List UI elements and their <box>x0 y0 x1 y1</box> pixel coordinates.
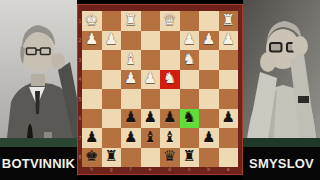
black-queen: ♛ <box>163 149 176 165</box>
smyslov-photo <box>243 0 320 147</box>
square-c6[interactable]: ♞ <box>180 109 200 129</box>
black-pawn: ♟ <box>124 110 137 126</box>
square-a8[interactable] <box>219 148 239 168</box>
white-pawn: ♟ <box>222 32 235 48</box>
black-pawn: ♟ <box>85 130 98 146</box>
rank-label-3: 3 <box>79 57 82 62</box>
board-grid: ♚♜♛♜♟♟♟♟♟♝♞♟♟♞♟♟♟♞♟♟♟♝♝♟♚♜♛♜ <box>82 11 238 167</box>
white-rook: ♜ <box>222 13 235 29</box>
name-bar-right: SMYSLOV <box>243 147 320 180</box>
square-c8[interactable]: ♜ <box>180 148 200 168</box>
white-knight: ♞ <box>163 71 176 87</box>
white-king: ♚ <box>85 13 98 29</box>
square-h6[interactable] <box>82 109 102 129</box>
white-pawn: ♟ <box>183 32 196 48</box>
file-label-f: f <box>130 167 131 172</box>
square-g2[interactable]: ♟ <box>102 31 122 51</box>
black-pawn: ♟ <box>163 110 176 126</box>
square-e2[interactable] <box>141 31 161 51</box>
white-bishop: ♝ <box>124 52 137 68</box>
square-c5[interactable] <box>180 89 200 109</box>
square-b7[interactable]: ♟ <box>199 128 219 148</box>
thumbnail-stage: BOTVINNIK SMYSLOV ♚♜♛♜♟♟♟♟♟♝♞♟♟♞♟♟♟♞♟♟♟♝… <box>0 0 320 180</box>
black-rook: ♜ <box>183 149 196 165</box>
rank-label-5: 5 <box>79 96 82 101</box>
square-d5[interactable] <box>160 89 180 109</box>
square-g3[interactable] <box>102 50 122 70</box>
square-c3[interactable]: ♞ <box>180 50 200 70</box>
square-d2[interactable] <box>160 31 180 51</box>
square-c4[interactable] <box>180 70 200 90</box>
file-label-d: d <box>168 167 171 172</box>
square-f7[interactable]: ♟ <box>121 128 141 148</box>
square-h4[interactable] <box>82 70 102 90</box>
square-d4[interactable]: ♞ <box>160 70 180 90</box>
square-e1[interactable] <box>141 11 161 31</box>
square-f2[interactable] <box>121 31 141 51</box>
square-g1[interactable] <box>102 11 122 31</box>
white-pawn: ♟ <box>124 71 137 87</box>
black-pawn: ♟ <box>202 130 215 146</box>
square-f6[interactable]: ♟ <box>121 109 141 129</box>
rank-label-8: 8 <box>79 155 82 160</box>
white-queen: ♛ <box>163 13 176 29</box>
black-bishop: ♝ <box>144 130 157 146</box>
square-a3[interactable] <box>219 50 239 70</box>
square-g8[interactable]: ♜ <box>102 148 122 168</box>
square-b2[interactable]: ♟ <box>199 31 219 51</box>
white-pawn: ♟ <box>144 71 157 87</box>
square-h7[interactable]: ♟ <box>82 128 102 148</box>
player-name-right: SMYSLOV <box>249 156 314 171</box>
square-d3[interactable] <box>160 50 180 70</box>
square-h5[interactable] <box>82 89 102 109</box>
white-rook: ♜ <box>124 13 137 29</box>
rank-label-7: 7 <box>79 135 82 140</box>
rank-label-1: 1 <box>79 18 82 23</box>
file-label-g: g <box>110 167 113 172</box>
square-g7[interactable] <box>102 128 122 148</box>
black-knight: ♞ <box>183 110 196 126</box>
rank-label-4: 4 <box>79 77 82 82</box>
square-b3[interactable] <box>199 50 219 70</box>
square-a6[interactable]: ♟ <box>219 109 239 129</box>
square-e7[interactable]: ♝ <box>141 128 161 148</box>
square-c2[interactable]: ♟ <box>180 31 200 51</box>
square-e5[interactable] <box>141 89 161 109</box>
square-e3[interactable] <box>141 50 161 70</box>
square-c7[interactable] <box>180 128 200 148</box>
file-label-b: b <box>207 167 210 172</box>
square-g4[interactable] <box>102 70 122 90</box>
player-name-left: BOTVINNIK <box>2 156 75 171</box>
square-a7[interactable] <box>219 128 239 148</box>
rank-label-6: 6 <box>79 116 82 121</box>
square-f1[interactable]: ♜ <box>121 11 141 31</box>
file-label-c: c <box>188 167 191 172</box>
square-f3[interactable]: ♝ <box>121 50 141 70</box>
file-label-e: e <box>149 167 152 172</box>
square-e8[interactable] <box>141 148 161 168</box>
square-d1[interactable]: ♛ <box>160 11 180 31</box>
square-h8[interactable]: ♚ <box>82 148 102 168</box>
square-e6[interactable]: ♟ <box>141 109 161 129</box>
square-a1[interactable]: ♜ <box>219 11 239 31</box>
square-b8[interactable] <box>199 148 219 168</box>
rank-label-2: 2 <box>79 38 82 43</box>
square-b4[interactable] <box>199 70 219 90</box>
white-pawn: ♟ <box>202 32 215 48</box>
square-d7[interactable]: ♝ <box>160 128 180 148</box>
square-d8[interactable]: ♛ <box>160 148 180 168</box>
name-bar-left: BOTVINNIK <box>0 147 77 180</box>
square-a2[interactable]: ♟ <box>219 31 239 51</box>
white-knight: ♞ <box>183 52 196 68</box>
square-e4[interactable]: ♟ <box>141 70 161 90</box>
black-king: ♚ <box>85 149 98 165</box>
file-label-a: a <box>227 167 230 172</box>
chess-board: ♚♜♛♜♟♟♟♟♟♝♞♟♟♞♟♟♟♞♟♟♟♝♝♟♚♜♛♜ 12345678hgf… <box>77 4 243 175</box>
square-a4[interactable] <box>219 70 239 90</box>
square-f4[interactable]: ♟ <box>121 70 141 90</box>
square-h1[interactable]: ♚ <box>82 11 102 31</box>
black-pawn: ♟ <box>222 110 235 126</box>
botvinnik-photo <box>0 0 77 147</box>
black-bishop: ♝ <box>163 130 176 146</box>
square-g6[interactable] <box>102 109 122 129</box>
square-a5[interactable] <box>219 89 239 109</box>
square-d6[interactable]: ♟ <box>160 109 180 129</box>
square-b6[interactable] <box>199 109 219 129</box>
square-g5[interactable] <box>102 89 122 109</box>
white-pawn: ♟ <box>105 32 118 48</box>
white-pawn: ♟ <box>85 32 98 48</box>
black-pawn: ♟ <box>144 110 157 126</box>
square-f8[interactable] <box>121 148 141 168</box>
file-label-h: h <box>90 167 93 172</box>
square-b1[interactable] <box>199 11 219 31</box>
square-h3[interactable] <box>82 50 102 70</box>
square-f5[interactable] <box>121 89 141 109</box>
square-b5[interactable] <box>199 89 219 109</box>
square-h2[interactable]: ♟ <box>82 31 102 51</box>
black-rook: ♜ <box>105 149 118 165</box>
square-c1[interactable] <box>180 11 200 31</box>
black-pawn: ♟ <box>124 130 137 146</box>
